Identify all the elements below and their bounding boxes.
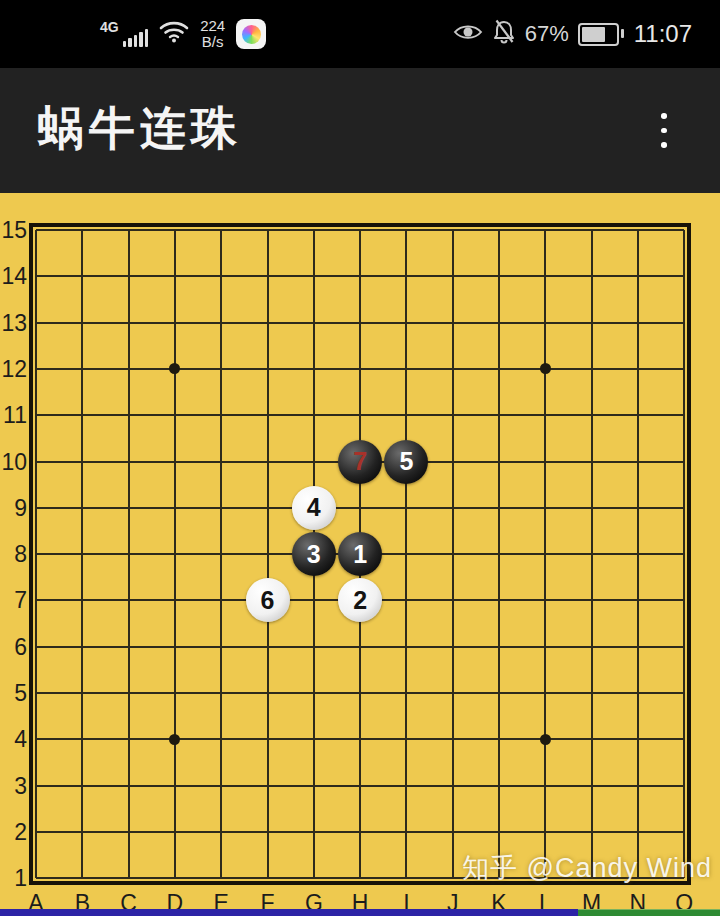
board-cell[interactable] [430, 624, 476, 670]
board-cell[interactable] [59, 577, 105, 623]
board-cell[interactable] [244, 346, 290, 392]
board-cell[interactable] [661, 624, 707, 670]
board-cell[interactable] [337, 670, 383, 716]
eye-comfort-icon [453, 21, 483, 47]
cell-signal-icon: 4G [100, 21, 148, 47]
board-cell[interactable] [430, 485, 476, 531]
row-label: 11 [0, 402, 27, 428]
overflow-menu-button[interactable] [644, 99, 684, 163]
progress-left-segment [0, 909, 578, 916]
move-number: 1 [353, 540, 367, 569]
board-cell[interactable]: 5 [383, 438, 429, 484]
board-cell[interactable] [568, 485, 614, 531]
stone-white: 2 [338, 578, 382, 622]
board-cell[interactable] [522, 438, 568, 484]
board-cell[interactable] [430, 438, 476, 484]
board-cell[interactable] [152, 438, 198, 484]
board-cell[interactable] [383, 392, 429, 438]
board-cell[interactable] [198, 809, 244, 855]
board-cell[interactable] [615, 624, 661, 670]
app-screen: 4G 224 B/s [0, 0, 720, 916]
stone-black: 5 [384, 440, 428, 484]
board-cell[interactable] [244, 531, 290, 577]
board-cell[interactable] [152, 392, 198, 438]
board-cell[interactable] [105, 624, 151, 670]
board-cell[interactable] [244, 716, 290, 762]
row-label: 4 [0, 726, 27, 752]
bottom-progress-bar [0, 909, 720, 916]
board-cell[interactable]: 7 [337, 438, 383, 484]
title-bar: 蜗牛连珠 [0, 68, 720, 193]
board-cell[interactable] [522, 809, 568, 855]
board-cell[interactable] [383, 485, 429, 531]
row-label: 3 [0, 773, 27, 799]
network-type-label: 4G [100, 21, 119, 33]
row-label: 10 [0, 449, 27, 475]
board-cell[interactable] [198, 624, 244, 670]
board-cell[interactable]: 6 [244, 577, 290, 623]
board-cell[interactable] [383, 299, 429, 345]
board-cell[interactable] [105, 438, 151, 484]
board-cell[interactable] [661, 392, 707, 438]
board-cell[interactable] [291, 299, 337, 345]
board-cell[interactable] [244, 207, 290, 253]
board-cell[interactable] [59, 531, 105, 577]
board-cell[interactable] [522, 624, 568, 670]
running-app-thumbnail-icon [236, 19, 266, 49]
board-cell[interactable] [568, 438, 614, 484]
board-cell[interactable] [522, 253, 568, 299]
board-cell[interactable] [59, 670, 105, 716]
board-cell[interactable] [59, 762, 105, 808]
stone-black: 1 [338, 532, 382, 576]
board-cell[interactable] [59, 253, 105, 299]
board-cell[interactable] [59, 716, 105, 762]
board-cell[interactable] [59, 809, 105, 855]
row-label: 12 [0, 356, 27, 382]
board-cell[interactable] [568, 531, 614, 577]
board-cell[interactable] [291, 670, 337, 716]
notifications-muted-icon [492, 19, 516, 49]
board-cell[interactable] [291, 253, 337, 299]
board-cell[interactable] [661, 253, 707, 299]
board-cell[interactable] [661, 670, 707, 716]
board-cell[interactable] [244, 392, 290, 438]
board-cell[interactable] [661, 299, 707, 345]
progress-right-segment [578, 909, 720, 916]
board-cell[interactable] [383, 531, 429, 577]
board-cell[interactable] [105, 670, 151, 716]
board-cell[interactable] [476, 577, 522, 623]
board-cell[interactable] [152, 346, 198, 392]
board-cell[interactable] [522, 299, 568, 345]
board-cell[interactable] [59, 299, 105, 345]
board-cell[interactable] [337, 762, 383, 808]
board-cell[interactable] [105, 392, 151, 438]
wifi-icon [159, 20, 189, 48]
board-cell[interactable] [105, 809, 151, 855]
board-cell[interactable] [476, 438, 522, 484]
board-cell[interactable] [476, 485, 522, 531]
board-cell[interactable]: 3 [291, 531, 337, 577]
network-speed-value: 224 [200, 18, 225, 34]
board-cell[interactable] [430, 762, 476, 808]
board-cell[interactable] [152, 207, 198, 253]
board-cell[interactable] [476, 346, 522, 392]
board-cell[interactable] [615, 809, 661, 855]
board-cell[interactable] [337, 485, 383, 531]
board-cell[interactable] [198, 207, 244, 253]
board-cell[interactable] [615, 531, 661, 577]
board-cell[interactable] [105, 299, 151, 345]
star-point [169, 363, 180, 374]
board-cell[interactable] [383, 207, 429, 253]
page-title: 蜗牛连珠 [38, 97, 242, 159]
board-cell[interactable] [568, 809, 614, 855]
board-cell[interactable] [198, 670, 244, 716]
board-cell[interactable] [383, 762, 429, 808]
board-cell[interactable] [152, 670, 198, 716]
board-cell[interactable] [291, 438, 337, 484]
board-cell[interactable] [430, 809, 476, 855]
board-cell[interactable] [568, 577, 614, 623]
board-cell[interactable] [59, 346, 105, 392]
board-cell[interactable] [476, 253, 522, 299]
star-point [169, 734, 180, 745]
board-cell[interactable] [568, 299, 614, 345]
board-cell[interactable] [152, 577, 198, 623]
board-cell[interactable] [152, 809, 198, 855]
board-cell[interactable] [383, 253, 429, 299]
board-cell[interactable] [337, 716, 383, 762]
board-cell[interactable] [615, 577, 661, 623]
board-cell[interactable] [59, 207, 105, 253]
row-label: 14 [0, 263, 27, 289]
board-cell[interactable] [337, 253, 383, 299]
board-cell[interactable] [568, 207, 614, 253]
board-cell[interactable] [476, 716, 522, 762]
board-cell[interactable] [105, 577, 151, 623]
board-cell[interactable] [430, 299, 476, 345]
board-cell[interactable] [244, 253, 290, 299]
board-cell[interactable] [476, 299, 522, 345]
board-cell[interactable] [615, 346, 661, 392]
battery-percent-label: 67% [525, 21, 569, 47]
board-cell[interactable] [661, 577, 707, 623]
board-cell[interactable] [568, 762, 614, 808]
board-cell[interactable] [244, 624, 290, 670]
board-cell[interactable] [337, 207, 383, 253]
board-cell[interactable] [291, 716, 337, 762]
board-cell[interactable] [291, 809, 337, 855]
board-cell[interactable] [244, 299, 290, 345]
board-cell[interactable] [59, 485, 105, 531]
board-cell[interactable] [244, 809, 290, 855]
watermark: 知乎 @Candy Wind [462, 850, 712, 886]
star-point [540, 734, 551, 745]
row-label: 8 [0, 541, 27, 567]
board-cell[interactable] [615, 762, 661, 808]
board-cell[interactable]: 1 [337, 531, 383, 577]
board-cell[interactable] [337, 809, 383, 855]
board-cell[interactable] [383, 716, 429, 762]
board-cell[interactable] [430, 392, 476, 438]
board-cell[interactable] [291, 346, 337, 392]
board-cell[interactable] [476, 531, 522, 577]
board-cell[interactable]: 2 [337, 577, 383, 623]
board-cell[interactable] [568, 346, 614, 392]
board-cell[interactable] [152, 716, 198, 762]
row-label: 13 [0, 310, 27, 336]
clock-label: 11:07 [634, 20, 692, 48]
board-cell[interactable] [615, 299, 661, 345]
board-cell[interactable] [152, 299, 198, 345]
board-cell[interactable] [337, 392, 383, 438]
row-label: 15 [0, 217, 27, 243]
board-cell[interactable] [476, 207, 522, 253]
move-number: 3 [307, 540, 321, 569]
board-cell[interactable] [522, 670, 568, 716]
board-cell[interactable] [59, 624, 105, 670]
board-cell[interactable] [291, 624, 337, 670]
board-cell[interactable] [105, 207, 151, 253]
board-cell[interactable] [383, 346, 429, 392]
board-cell[interactable] [152, 531, 198, 577]
status-bar: 4G 224 B/s [0, 0, 720, 68]
board-cell[interactable] [430, 207, 476, 253]
board-cell[interactable] [198, 762, 244, 808]
board-cell[interactable] [337, 624, 383, 670]
board-cell[interactable] [152, 485, 198, 531]
board-cell[interactable] [522, 346, 568, 392]
board-cell[interactable] [291, 762, 337, 808]
status-right-group: 67% 11:07 [453, 0, 692, 68]
board-cell[interactable] [59, 438, 105, 484]
board-cell[interactable] [198, 299, 244, 345]
row-label: 2 [0, 819, 27, 845]
board-cell[interactable] [105, 716, 151, 762]
board-cell[interactable] [661, 762, 707, 808]
row-label: 5 [0, 680, 27, 706]
board-cell[interactable] [568, 716, 614, 762]
board-cell[interactable] [430, 716, 476, 762]
board-cell[interactable] [291, 207, 337, 253]
board-cell[interactable] [522, 392, 568, 438]
board-cell[interactable] [105, 762, 151, 808]
board-cell[interactable] [244, 670, 290, 716]
board-cell[interactable] [198, 392, 244, 438]
board-cell[interactable] [615, 670, 661, 716]
board-cell[interactable] [661, 207, 707, 253]
board-cell[interactable] [152, 762, 198, 808]
row-label: 9 [0, 495, 27, 521]
move-number: 7 [353, 447, 367, 476]
network-speed-unit: B/s [202, 34, 224, 50]
board-cell[interactable] [615, 485, 661, 531]
board-cell[interactable] [383, 577, 429, 623]
board-cell[interactable] [661, 716, 707, 762]
board-cell[interactable] [522, 531, 568, 577]
board-cell[interactable] [105, 346, 151, 392]
board-cell[interactable] [430, 346, 476, 392]
board-cell[interactable] [430, 670, 476, 716]
star-point [540, 363, 551, 374]
board-area: 7543162 151413121110987654321 ABCDEFGHIJ… [0, 193, 720, 916]
board-cell[interactable] [337, 299, 383, 345]
board-cell[interactable] [476, 809, 522, 855]
board-cell[interactable] [152, 253, 198, 299]
board-cell[interactable] [198, 577, 244, 623]
board-cell[interactable] [661, 346, 707, 392]
move-number: 4 [307, 493, 321, 522]
board-cell[interactable] [105, 253, 151, 299]
board-cell[interactable] [522, 716, 568, 762]
status-left-group: 4G 224 B/s [100, 0, 266, 68]
board-cell[interactable] [198, 346, 244, 392]
board-grid: 7543162 [13, 207, 707, 901]
board-cell[interactable] [615, 438, 661, 484]
board-cell[interactable] [198, 531, 244, 577]
stone-black: 7 [338, 440, 382, 484]
move-number: 5 [399, 447, 413, 476]
board-cell[interactable] [337, 346, 383, 392]
board-cell[interactable] [476, 762, 522, 808]
board-cell[interactable] [105, 531, 151, 577]
move-number: 2 [353, 586, 367, 615]
board-cell[interactable] [244, 485, 290, 531]
board-cell[interactable] [522, 762, 568, 808]
board-cell[interactable] [476, 670, 522, 716]
board-cell[interactable] [476, 624, 522, 670]
board-cell[interactable] [198, 485, 244, 531]
board-cell[interactable] [568, 253, 614, 299]
board-cell[interactable] [291, 392, 337, 438]
board-cell[interactable] [105, 485, 151, 531]
board-cell[interactable] [568, 624, 614, 670]
board-cell[interactable] [291, 577, 337, 623]
board-cell[interactable] [430, 577, 476, 623]
board-cell[interactable] [522, 207, 568, 253]
board-cell[interactable] [568, 670, 614, 716]
board-cell[interactable] [661, 485, 707, 531]
stone-white: 6 [246, 578, 290, 622]
board-cell[interactable] [615, 392, 661, 438]
row-label: 7 [0, 587, 27, 613]
board-cell[interactable] [522, 485, 568, 531]
board-cell[interactable] [615, 716, 661, 762]
network-speed: 224 B/s [200, 18, 225, 50]
board-cell[interactable] [198, 716, 244, 762]
board-cell[interactable] [383, 624, 429, 670]
board-cell[interactable] [244, 762, 290, 808]
board-cell[interactable] [198, 438, 244, 484]
board-cell[interactable] [383, 670, 429, 716]
board-cell[interactable] [430, 531, 476, 577]
board-cell[interactable] [615, 253, 661, 299]
board-cell[interactable] [198, 253, 244, 299]
board-cell[interactable] [244, 438, 290, 484]
row-label: 6 [0, 634, 27, 660]
board-cell[interactable] [59, 392, 105, 438]
board-cell[interactable] [522, 577, 568, 623]
move-number: 6 [261, 586, 275, 615]
board-cell[interactable] [476, 392, 522, 438]
board-cell[interactable] [568, 392, 614, 438]
battery-icon [578, 23, 619, 46]
board-cell[interactable] [661, 438, 707, 484]
board-cell[interactable] [661, 531, 707, 577]
row-label: 1 [0, 865, 27, 891]
board-cell[interactable] [430, 253, 476, 299]
stone-black: 3 [292, 532, 336, 576]
board-cell[interactable] [615, 207, 661, 253]
board-cell[interactable] [383, 809, 429, 855]
stone-white: 4 [292, 486, 336, 530]
board-cell[interactable] [661, 809, 707, 855]
board-cell[interactable] [152, 624, 198, 670]
board-cell[interactable]: 4 [291, 485, 337, 531]
